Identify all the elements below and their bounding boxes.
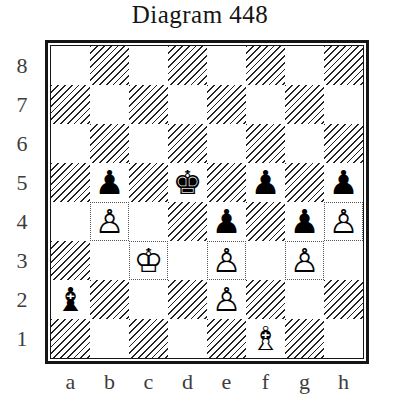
black-pawn: ♟ <box>246 163 285 202</box>
square-a2: ♝ <box>51 280 90 319</box>
square-g4: ♟ <box>285 202 324 241</box>
square-d7 <box>168 85 207 124</box>
file-label-d: d <box>168 368 207 396</box>
square-d5: ♚ <box>168 163 207 202</box>
square-e8 <box>207 46 246 85</box>
square-a3 <box>51 241 90 280</box>
square-g5 <box>285 163 324 202</box>
square-d1 <box>168 319 207 358</box>
square-c7 <box>129 85 168 124</box>
black-pawn: ♟ <box>90 163 129 202</box>
board-frame: ♟♚♟♟♙♟♟♙♔♙♙♝♙♗ <box>45 40 369 364</box>
square-g1 <box>285 319 324 358</box>
white-pawn: ♙ <box>208 242 245 279</box>
black-pawn: ♟ <box>285 202 324 241</box>
rank-label-7: 7 <box>8 85 36 124</box>
rank-label-6: 6 <box>8 124 36 163</box>
black-bishop: ♝ <box>51 280 90 319</box>
square-f8 <box>246 46 285 85</box>
square-e3: ♙ <box>207 241 246 280</box>
rank-label-1: 1 <box>8 319 36 358</box>
square-d3 <box>168 241 207 280</box>
file-label-f: f <box>246 368 285 396</box>
square-b2 <box>90 280 129 319</box>
square-a5 <box>51 163 90 202</box>
file-label-b: b <box>90 368 129 396</box>
square-g3: ♙ <box>285 241 324 280</box>
square-b8 <box>90 46 129 85</box>
white-bishop: ♗ <box>246 319 285 358</box>
chess-board: ♟♚♟♟♙♟♟♙♔♙♙♝♙♗ <box>51 46 363 358</box>
board-inner-border: ♟♚♟♟♙♟♟♙♔♙♙♝♙♗ <box>50 45 364 359</box>
square-b7 <box>90 85 129 124</box>
square-g7 <box>285 85 324 124</box>
square-d6 <box>168 124 207 163</box>
square-c3: ♔ <box>129 241 168 280</box>
square-h1 <box>324 319 363 358</box>
rank-label-5: 5 <box>8 163 36 202</box>
square-h8 <box>324 46 363 85</box>
square-h5: ♟ <box>324 163 363 202</box>
square-f3 <box>246 241 285 280</box>
square-d2 <box>168 280 207 319</box>
square-e1 <box>207 319 246 358</box>
file-label-a: a <box>51 368 90 396</box>
diagram-title: Diagram 448 <box>0 1 400 29</box>
square-f5: ♟ <box>246 163 285 202</box>
square-b3 <box>90 241 129 280</box>
square-h6 <box>324 124 363 163</box>
square-g6 <box>285 124 324 163</box>
diagram-page: Diagram 448 87654321 ♟♚♟♟♙♟♟♙♔♙♙♝♙♗ abcd… <box>0 0 400 400</box>
square-e2: ♙ <box>207 280 246 319</box>
square-e4: ♟ <box>207 202 246 241</box>
square-e6 <box>207 124 246 163</box>
square-c2 <box>129 280 168 319</box>
square-a7 <box>51 85 90 124</box>
file-label-g: g <box>285 368 324 396</box>
rank-label-2: 2 <box>8 280 36 319</box>
square-h3 <box>324 241 363 280</box>
black-pawn: ♟ <box>324 163 363 202</box>
square-f1: ♗ <box>246 319 285 358</box>
square-b6 <box>90 124 129 163</box>
rank-label-4: 4 <box>8 202 36 241</box>
square-f2 <box>246 280 285 319</box>
square-b5: ♟ <box>90 163 129 202</box>
square-b1 <box>90 319 129 358</box>
rank-labels: 87654321 <box>8 46 36 358</box>
square-c1 <box>129 319 168 358</box>
file-labels: abcdefgh <box>51 368 363 396</box>
square-g8 <box>285 46 324 85</box>
square-c5 <box>129 163 168 202</box>
white-pawn: ♙ <box>325 203 362 240</box>
square-a4 <box>51 202 90 241</box>
black-king: ♚ <box>168 163 207 202</box>
black-pawn: ♟ <box>207 202 246 241</box>
file-label-h: h <box>324 368 363 396</box>
white-pawn: ♙ <box>207 280 246 319</box>
square-f7 <box>246 85 285 124</box>
square-c6 <box>129 124 168 163</box>
square-f4 <box>246 202 285 241</box>
square-h4: ♙ <box>324 202 363 241</box>
white-pawn: ♙ <box>91 203 128 240</box>
square-d4 <box>168 202 207 241</box>
rank-label-3: 3 <box>8 241 36 280</box>
square-f6 <box>246 124 285 163</box>
square-g2 <box>285 280 324 319</box>
white-pawn: ♙ <box>286 242 323 279</box>
square-h7 <box>324 85 363 124</box>
square-a8 <box>51 46 90 85</box>
square-a1 <box>51 319 90 358</box>
square-a6 <box>51 124 90 163</box>
square-c8 <box>129 46 168 85</box>
square-c4 <box>129 202 168 241</box>
file-label-e: e <box>207 368 246 396</box>
square-e5 <box>207 163 246 202</box>
white-king: ♔ <box>130 242 167 279</box>
square-d8 <box>168 46 207 85</box>
rank-label-8: 8 <box>8 46 36 85</box>
square-e7 <box>207 85 246 124</box>
square-b4: ♙ <box>90 202 129 241</box>
square-h2 <box>324 280 363 319</box>
file-label-c: c <box>129 368 168 396</box>
